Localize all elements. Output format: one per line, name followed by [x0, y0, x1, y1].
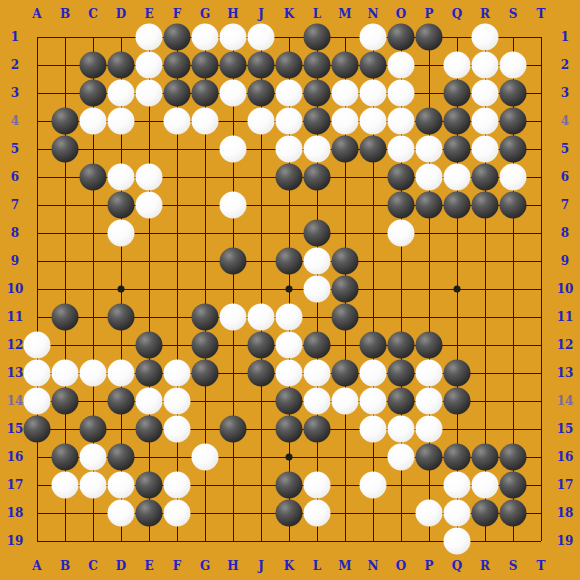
- black-stone: [80, 80, 107, 107]
- column-label-bottom: N: [368, 559, 379, 573]
- row-label-right: 4: [561, 114, 569, 128]
- row-label-right: 5: [561, 142, 569, 156]
- white-stone: [80, 444, 107, 471]
- white-stone: [52, 360, 79, 387]
- black-stone: [304, 220, 331, 247]
- column-label-top: M: [338, 7, 351, 21]
- star-point: [118, 286, 125, 293]
- black-stone: [416, 24, 443, 51]
- white-stone: [80, 472, 107, 499]
- white-stone: [220, 80, 247, 107]
- black-stone: [444, 444, 471, 471]
- white-stone: [276, 332, 303, 359]
- column-label-bottom: P: [424, 559, 433, 573]
- black-stone: [248, 332, 275, 359]
- column-label-bottom: K: [284, 559, 294, 573]
- black-stone: [332, 304, 359, 331]
- column-label-bottom: L: [313, 559, 321, 573]
- white-stone: [108, 108, 135, 135]
- black-stone: [360, 52, 387, 79]
- black-stone: [248, 360, 275, 387]
- black-stone: [388, 388, 415, 415]
- white-stone: [164, 388, 191, 415]
- row-label-right: 19: [557, 534, 574, 548]
- column-label-top: L: [313, 7, 321, 21]
- white-stone: [24, 360, 51, 387]
- row-label-right: 10: [557, 282, 574, 296]
- row-label-right: 13: [557, 366, 574, 380]
- white-stone: [136, 24, 163, 51]
- black-stone: [416, 444, 443, 471]
- white-stone: [388, 80, 415, 107]
- column-label-top: J: [258, 7, 264, 21]
- column-label-top: Q: [452, 7, 462, 21]
- column-label-bottom: T: [537, 559, 546, 573]
- black-stone: [500, 108, 527, 135]
- black-stone: [80, 416, 107, 443]
- black-stone: [360, 332, 387, 359]
- white-stone: [360, 472, 387, 499]
- row-label-right: 8: [561, 226, 569, 240]
- black-stone: [192, 332, 219, 359]
- white-stone: [500, 164, 527, 191]
- column-label-top: K: [284, 7, 294, 21]
- column-label-bottom: Q: [452, 559, 462, 573]
- column-label-bottom: R: [480, 559, 490, 573]
- white-stone: [136, 388, 163, 415]
- column-label-top: G: [200, 7, 210, 21]
- black-stone: [500, 444, 527, 471]
- row-label-left: 17: [7, 478, 24, 492]
- black-stone: [444, 360, 471, 387]
- row-label-left: 15: [7, 422, 24, 436]
- black-stone: [388, 332, 415, 359]
- white-stone: [304, 472, 331, 499]
- white-stone: [136, 52, 163, 79]
- row-label-right: 11: [557, 310, 574, 324]
- star-point: [454, 286, 461, 293]
- black-stone: [136, 332, 163, 359]
- black-stone: [220, 52, 247, 79]
- row-label-right: 7: [561, 198, 569, 212]
- white-stone: [304, 500, 331, 527]
- black-stone: [136, 472, 163, 499]
- column-label-top: P: [424, 7, 433, 21]
- row-label-left: 3: [11, 86, 19, 100]
- white-stone: [136, 192, 163, 219]
- row-label-right: 1: [561, 30, 569, 44]
- white-stone: [472, 472, 499, 499]
- white-stone: [220, 136, 247, 163]
- row-label-left: 16: [7, 450, 24, 464]
- black-stone: [52, 388, 79, 415]
- white-stone: [416, 360, 443, 387]
- white-stone: [388, 108, 415, 135]
- black-stone: [444, 80, 471, 107]
- column-label-bottom: G: [200, 559, 210, 573]
- black-stone: [304, 164, 331, 191]
- black-stone: [136, 360, 163, 387]
- black-stone: [416, 108, 443, 135]
- black-stone: [192, 304, 219, 331]
- column-label-bottom: C: [88, 559, 98, 573]
- white-stone: [108, 472, 135, 499]
- black-stone: [500, 192, 527, 219]
- black-stone: [332, 52, 359, 79]
- black-stone: [388, 192, 415, 219]
- white-stone: [192, 24, 219, 51]
- black-stone: [52, 136, 79, 163]
- white-stone: [500, 52, 527, 79]
- white-stone: [332, 388, 359, 415]
- column-label-top: D: [116, 7, 126, 21]
- black-stone: [416, 332, 443, 359]
- column-label-top: S: [509, 7, 518, 21]
- column-label-top: A: [32, 7, 41, 21]
- white-stone: [136, 164, 163, 191]
- black-stone: [80, 52, 107, 79]
- row-label-right: 18: [557, 506, 574, 520]
- row-label-left: 18: [7, 506, 24, 520]
- white-stone: [332, 108, 359, 135]
- column-label-bottom: S: [509, 559, 518, 573]
- white-stone: [332, 80, 359, 107]
- black-stone: [332, 276, 359, 303]
- black-stone: [388, 164, 415, 191]
- white-stone: [24, 332, 51, 359]
- column-label-bottom: B: [60, 559, 70, 573]
- row-label-left: 6: [11, 170, 19, 184]
- black-stone: [332, 136, 359, 163]
- white-stone: [304, 388, 331, 415]
- white-stone: [472, 136, 499, 163]
- white-stone: [24, 388, 51, 415]
- black-stone: [444, 136, 471, 163]
- row-label-right: 9: [561, 254, 569, 268]
- go-board-viewer: AABBCCDDEEFFGGHHJJKKLLMMNNOOPPQQRRSSTT11…: [0, 0, 580, 580]
- row-label-left: 12: [7, 338, 24, 352]
- black-stone: [444, 388, 471, 415]
- black-stone: [276, 472, 303, 499]
- white-stone: [444, 472, 471, 499]
- white-stone: [276, 136, 303, 163]
- black-stone: [52, 304, 79, 331]
- white-stone: [304, 276, 331, 303]
- white-stone: [276, 108, 303, 135]
- black-stone: [416, 192, 443, 219]
- white-stone: [192, 444, 219, 471]
- white-stone: [220, 304, 247, 331]
- white-stone: [360, 416, 387, 443]
- white-stone: [164, 500, 191, 527]
- black-stone: [276, 388, 303, 415]
- white-stone: [444, 500, 471, 527]
- black-stone: [136, 500, 163, 527]
- white-stone: [416, 500, 443, 527]
- black-stone: [276, 164, 303, 191]
- white-stone: [388, 444, 415, 471]
- row-label-right: 2: [561, 58, 569, 72]
- black-stone: [332, 360, 359, 387]
- white-stone: [388, 52, 415, 79]
- black-stone: [136, 416, 163, 443]
- white-stone: [388, 416, 415, 443]
- black-stone: [304, 108, 331, 135]
- black-stone: [108, 52, 135, 79]
- black-stone: [500, 80, 527, 107]
- black-stone: [304, 52, 331, 79]
- black-stone: [164, 24, 191, 51]
- row-label-right: 15: [557, 422, 574, 436]
- white-stone: [276, 80, 303, 107]
- white-stone: [108, 164, 135, 191]
- black-stone: [500, 472, 527, 499]
- black-stone: [276, 248, 303, 275]
- black-stone: [276, 52, 303, 79]
- white-stone: [444, 528, 471, 555]
- black-stone: [444, 192, 471, 219]
- column-label-top: C: [88, 7, 98, 21]
- white-stone: [416, 136, 443, 163]
- black-stone: [164, 52, 191, 79]
- row-label-right: 3: [561, 86, 569, 100]
- white-stone: [248, 108, 275, 135]
- white-stone: [276, 360, 303, 387]
- white-stone: [360, 80, 387, 107]
- black-stone: [472, 500, 499, 527]
- column-label-bottom: O: [396, 559, 406, 573]
- white-stone: [416, 416, 443, 443]
- white-stone: [304, 136, 331, 163]
- white-stone: [108, 80, 135, 107]
- white-stone: [360, 24, 387, 51]
- row-label-left: 2: [11, 58, 19, 72]
- black-stone: [472, 444, 499, 471]
- black-stone: [80, 164, 107, 191]
- black-stone: [304, 416, 331, 443]
- white-stone: [472, 108, 499, 135]
- white-stone: [444, 164, 471, 191]
- row-label-right: 14: [557, 394, 574, 408]
- row-label-right: 12: [557, 338, 574, 352]
- row-label-right: 17: [557, 478, 574, 492]
- white-stone: [472, 24, 499, 51]
- black-stone: [444, 108, 471, 135]
- white-stone: [80, 360, 107, 387]
- black-stone: [248, 52, 275, 79]
- column-label-bottom: A: [32, 559, 41, 573]
- black-stone: [388, 360, 415, 387]
- white-stone: [108, 360, 135, 387]
- black-stone: [108, 192, 135, 219]
- column-label-top: F: [173, 7, 182, 21]
- black-stone: [472, 164, 499, 191]
- row-label-left: 5: [11, 142, 19, 156]
- white-stone: [388, 136, 415, 163]
- white-stone: [220, 24, 247, 51]
- black-stone: [248, 80, 275, 107]
- row-label-left: 11: [7, 310, 24, 324]
- white-stone: [360, 388, 387, 415]
- white-stone: [304, 360, 331, 387]
- black-stone: [24, 416, 51, 443]
- column-label-bottom: H: [227, 559, 238, 573]
- white-stone: [192, 108, 219, 135]
- black-stone: [164, 80, 191, 107]
- white-stone: [164, 108, 191, 135]
- white-stone: [472, 80, 499, 107]
- black-stone: [220, 416, 247, 443]
- white-stone: [52, 472, 79, 499]
- row-label-left: 10: [7, 282, 24, 296]
- column-label-top: R: [480, 7, 490, 21]
- black-stone: [220, 248, 247, 275]
- black-stone: [304, 24, 331, 51]
- column-label-top: E: [144, 7, 153, 21]
- white-stone: [472, 52, 499, 79]
- black-stone: [108, 304, 135, 331]
- row-label-left: 4: [11, 114, 19, 128]
- white-stone: [360, 108, 387, 135]
- row-label-left: 14: [7, 394, 24, 408]
- black-stone: [192, 360, 219, 387]
- row-label-left: 13: [7, 366, 24, 380]
- black-stone: [52, 444, 79, 471]
- column-label-top: T: [537, 7, 546, 21]
- black-stone: [472, 192, 499, 219]
- column-label-top: O: [396, 7, 406, 21]
- black-stone: [52, 108, 79, 135]
- black-stone: [304, 332, 331, 359]
- white-stone: [304, 248, 331, 275]
- black-stone: [192, 80, 219, 107]
- white-stone: [220, 192, 247, 219]
- white-stone: [388, 220, 415, 247]
- white-stone: [248, 304, 275, 331]
- column-label-top: N: [368, 7, 379, 21]
- white-stone: [108, 500, 135, 527]
- column-label-bottom: D: [116, 559, 126, 573]
- column-label-top: H: [227, 7, 238, 21]
- black-stone: [332, 248, 359, 275]
- row-label-left: 1: [11, 30, 19, 44]
- white-stone: [80, 108, 107, 135]
- white-stone: [276, 304, 303, 331]
- star-point: [286, 286, 293, 293]
- row-label-left: 9: [11, 254, 19, 268]
- black-stone: [388, 24, 415, 51]
- black-stone: [276, 500, 303, 527]
- white-stone: [164, 360, 191, 387]
- column-label-bottom: E: [144, 559, 153, 573]
- white-stone: [416, 164, 443, 191]
- black-stone: [500, 500, 527, 527]
- star-point: [286, 454, 293, 461]
- white-stone: [416, 388, 443, 415]
- black-stone: [276, 416, 303, 443]
- row-label-left: 7: [11, 198, 19, 212]
- white-stone: [360, 360, 387, 387]
- row-label-right: 6: [561, 170, 569, 184]
- column-label-top: B: [60, 7, 70, 21]
- white-stone: [444, 52, 471, 79]
- white-stone: [164, 472, 191, 499]
- white-stone: [108, 220, 135, 247]
- black-stone: [192, 52, 219, 79]
- white-stone: [248, 24, 275, 51]
- black-stone: [304, 80, 331, 107]
- column-label-bottom: M: [338, 559, 351, 573]
- row-label-left: 19: [7, 534, 24, 548]
- white-stone: [136, 80, 163, 107]
- black-stone: [108, 444, 135, 471]
- black-stone: [500, 136, 527, 163]
- white-stone: [164, 416, 191, 443]
- row-label-left: 8: [11, 226, 19, 240]
- row-label-right: 16: [557, 450, 574, 464]
- black-stone: [360, 136, 387, 163]
- black-stone: [108, 388, 135, 415]
- column-label-bottom: F: [173, 559, 182, 573]
- column-label-bottom: J: [258, 559, 264, 573]
